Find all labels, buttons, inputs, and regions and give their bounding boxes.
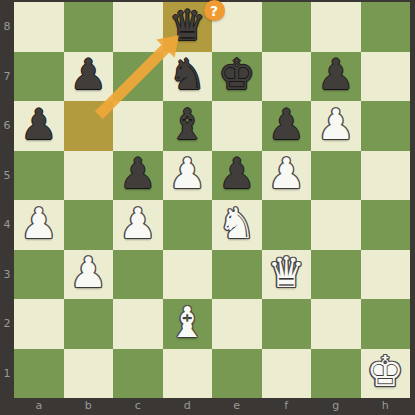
square-h5[interactable] xyxy=(361,151,411,201)
square-e4[interactable]: ♞ xyxy=(212,200,262,250)
mistake-badge: ? xyxy=(204,0,225,21)
square-e2[interactable] xyxy=(212,299,262,349)
square-e6[interactable] xyxy=(212,101,262,151)
square-d3[interactable] xyxy=(163,250,213,300)
white-knight[interactable]: ♞ xyxy=(218,203,256,245)
square-b7[interactable]: ♟ xyxy=(64,52,114,102)
square-f8[interactable] xyxy=(262,2,312,52)
square-a1[interactable] xyxy=(14,349,64,399)
white-pawn[interactable]: ♟ xyxy=(119,203,157,245)
square-e3[interactable] xyxy=(212,250,262,300)
square-c4[interactable]: ♟ xyxy=(113,200,163,250)
square-a7[interactable] xyxy=(14,52,64,102)
white-pawn[interactable]: ♟ xyxy=(267,153,305,195)
rank-label-6: 6 xyxy=(0,101,14,151)
black-pawn[interactable]: ♟ xyxy=(218,153,256,195)
square-e5[interactable]: ♟ xyxy=(212,151,262,201)
square-a8[interactable] xyxy=(14,2,64,52)
rank-label-3: 3 xyxy=(0,250,14,300)
rank-label-4: 4 xyxy=(0,200,14,250)
square-a5[interactable] xyxy=(14,151,64,201)
white-pawn[interactable]: ♟ xyxy=(168,153,206,195)
square-f2[interactable] xyxy=(262,299,312,349)
square-a2[interactable] xyxy=(14,299,64,349)
black-pawn[interactable]: ♟ xyxy=(69,54,107,96)
square-f3[interactable]: ♛ xyxy=(262,250,312,300)
square-f5[interactable]: ♟ xyxy=(262,151,312,201)
square-g2[interactable] xyxy=(311,299,361,349)
square-a3[interactable] xyxy=(14,250,64,300)
square-h7[interactable] xyxy=(361,52,411,102)
square-h8[interactable] xyxy=(361,2,411,52)
black-queen[interactable]: ♛ xyxy=(168,5,206,47)
square-e7[interactable]: ♚ xyxy=(212,52,262,102)
square-d6[interactable]: ♝ xyxy=(163,101,213,151)
white-pawn[interactable]: ♟ xyxy=(317,104,355,146)
square-c6[interactable] xyxy=(113,101,163,151)
white-queen[interactable]: ♛ xyxy=(267,252,305,294)
square-g8[interactable] xyxy=(311,2,361,52)
black-bishop[interactable]: ♝ xyxy=(168,104,206,146)
file-label-d: d xyxy=(163,398,213,415)
rank-label-2: 2 xyxy=(0,299,14,349)
square-b2[interactable] xyxy=(64,299,114,349)
black-pawn[interactable]: ♟ xyxy=(20,104,58,146)
square-f1[interactable] xyxy=(262,349,312,399)
square-c3[interactable] xyxy=(113,250,163,300)
square-c1[interactable] xyxy=(113,349,163,399)
square-f7[interactable] xyxy=(262,52,312,102)
square-d5[interactable]: ♟ xyxy=(163,151,213,201)
mistake-badge-glyph: ? xyxy=(210,3,218,19)
rank-label-5: 5 xyxy=(0,151,14,201)
square-b8[interactable] xyxy=(64,2,114,52)
file-label-c: c xyxy=(113,398,163,415)
square-h2[interactable] xyxy=(361,299,411,349)
square-a6[interactable]: ♟ xyxy=(14,101,64,151)
square-c2[interactable] xyxy=(113,299,163,349)
black-knight[interactable]: ♞ xyxy=(168,54,206,96)
rank-label-8: 8 xyxy=(0,2,14,52)
square-h1[interactable]: ♚ xyxy=(361,349,411,399)
file-label-a: a xyxy=(14,398,64,415)
white-bishop[interactable]: ♝ xyxy=(168,302,206,344)
square-h6[interactable] xyxy=(361,101,411,151)
black-pawn[interactable]: ♟ xyxy=(267,104,305,146)
square-d7[interactable]: ♞ xyxy=(163,52,213,102)
white-pawn[interactable]: ♟ xyxy=(20,203,58,245)
black-pawn[interactable]: ♟ xyxy=(119,153,157,195)
square-b6[interactable] xyxy=(64,101,114,151)
square-g7[interactable]: ♟ xyxy=(311,52,361,102)
file-labels: abcdefgh xyxy=(14,398,410,415)
square-a4[interactable]: ♟ xyxy=(14,200,64,250)
square-h4[interactable] xyxy=(361,200,411,250)
board: ♛♟♞♚♟♟♝♟♟♟♟♟♟♟♟♞♟♛♝♚ xyxy=(14,2,410,398)
square-d4[interactable] xyxy=(163,200,213,250)
square-f6[interactable]: ♟ xyxy=(262,101,312,151)
rank-label-7: 7 xyxy=(0,52,14,102)
file-label-e: e xyxy=(212,398,262,415)
rank-labels: 87654321 xyxy=(0,2,14,398)
square-g3[interactable] xyxy=(311,250,361,300)
chessboard-panel: 87654321 ♛♟♞♚♟♟♝♟♟♟♟♟♟♟♟♞♟♛♝♚ ? abcdefgh xyxy=(0,0,415,415)
white-pawn[interactable]: ♟ xyxy=(69,252,107,294)
square-g4[interactable] xyxy=(311,200,361,250)
file-label-h: h xyxy=(361,398,411,415)
square-e1[interactable] xyxy=(212,349,262,399)
square-d2[interactable]: ♝ xyxy=(163,299,213,349)
square-g5[interactable] xyxy=(311,151,361,201)
black-king[interactable]: ♚ xyxy=(218,54,256,96)
square-b3[interactable]: ♟ xyxy=(64,250,114,300)
black-pawn[interactable]: ♟ xyxy=(317,54,355,96)
square-c5[interactable]: ♟ xyxy=(113,151,163,201)
file-label-g: g xyxy=(311,398,361,415)
file-label-b: b xyxy=(64,398,114,415)
square-g6[interactable]: ♟ xyxy=(311,101,361,151)
square-f4[interactable] xyxy=(262,200,312,250)
square-c7[interactable] xyxy=(113,52,163,102)
rank-label-1: 1 xyxy=(0,349,14,399)
square-b5[interactable] xyxy=(64,151,114,201)
square-b4[interactable] xyxy=(64,200,114,250)
square-g1[interactable] xyxy=(311,349,361,399)
white-king[interactable]: ♚ xyxy=(366,351,404,393)
file-label-f: f xyxy=(262,398,312,415)
square-d1[interactable] xyxy=(163,349,213,399)
square-h3[interactable] xyxy=(361,250,411,300)
square-b1[interactable] xyxy=(64,349,114,399)
square-c8[interactable] xyxy=(113,2,163,52)
